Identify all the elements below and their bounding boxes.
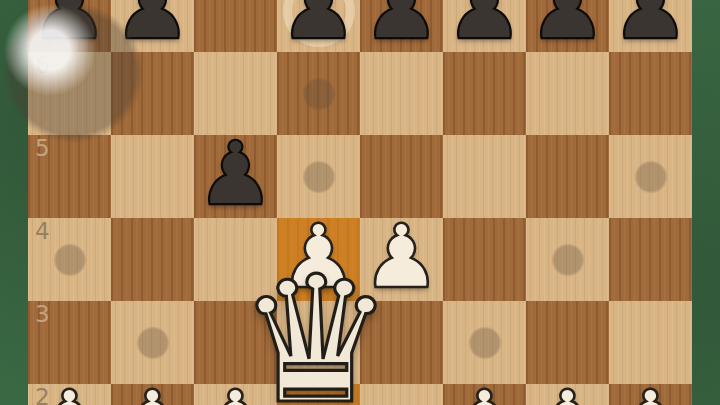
square-b3[interactable] <box>111 301 194 384</box>
square-d2[interactable] <box>277 384 360 405</box>
square-h5[interactable] <box>609 135 692 218</box>
square-f3[interactable] <box>443 301 526 384</box>
square-a6[interactable]: 6 <box>28 52 111 135</box>
square-e6[interactable] <box>360 52 443 135</box>
square-f2[interactable] <box>443 384 526 405</box>
square-f5[interactable] <box>443 135 526 218</box>
square-c4[interactable] <box>194 218 277 301</box>
square-e4[interactable] <box>360 218 443 301</box>
chess-app-screen: 65432 ♟♟♟♟♟♟♟♟♟♟♟♟♟♟♟♟♛ <box>0 0 720 405</box>
rank-label-5: 5 <box>35 136 50 161</box>
square-b7[interactable] <box>111 0 194 52</box>
square-h2[interactable] <box>609 384 692 405</box>
square-h6[interactable] <box>609 52 692 135</box>
square-f7[interactable] <box>443 0 526 52</box>
square-c6[interactable] <box>194 52 277 135</box>
rank-label-2: 2 <box>35 385 50 405</box>
square-e2[interactable] <box>360 384 443 405</box>
square-f6[interactable] <box>443 52 526 135</box>
rank-label-3: 3 <box>35 302 50 327</box>
square-g5[interactable] <box>526 135 609 218</box>
square-b4[interactable] <box>111 218 194 301</box>
square-b6[interactable] <box>111 52 194 135</box>
square-h7[interactable] <box>609 0 692 52</box>
square-b5[interactable] <box>111 135 194 218</box>
square-c7[interactable] <box>194 0 277 52</box>
square-e5[interactable] <box>360 135 443 218</box>
square-a7[interactable] <box>28 0 111 52</box>
square-g2[interactable] <box>526 384 609 405</box>
rank-label-4: 4 <box>35 219 50 244</box>
square-b2[interactable] <box>111 384 194 405</box>
square-a2[interactable]: 2 <box>28 384 111 405</box>
square-d5[interactable] <box>277 135 360 218</box>
rank-label-6: 6 <box>35 53 50 78</box>
square-a4[interactable]: 4 <box>28 218 111 301</box>
square-d4[interactable] <box>277 218 360 301</box>
square-g6[interactable] <box>526 52 609 135</box>
chess-board[interactable]: 65432 <box>28 0 692 405</box>
square-e7[interactable] <box>360 0 443 52</box>
square-d6[interactable] <box>277 52 360 135</box>
square-g7[interactable] <box>526 0 609 52</box>
square-c5[interactable] <box>194 135 277 218</box>
square-a5[interactable]: 5 <box>28 135 111 218</box>
square-c3[interactable] <box>194 301 277 384</box>
square-f4[interactable] <box>443 218 526 301</box>
square-d3[interactable] <box>277 301 360 384</box>
square-d7[interactable] <box>277 0 360 52</box>
square-g4[interactable] <box>526 218 609 301</box>
square-a3[interactable]: 3 <box>28 301 111 384</box>
square-c2[interactable] <box>194 384 277 405</box>
square-g3[interactable] <box>526 301 609 384</box>
square-e3[interactable] <box>360 301 443 384</box>
square-h4[interactable] <box>609 218 692 301</box>
square-h3[interactable] <box>609 301 692 384</box>
